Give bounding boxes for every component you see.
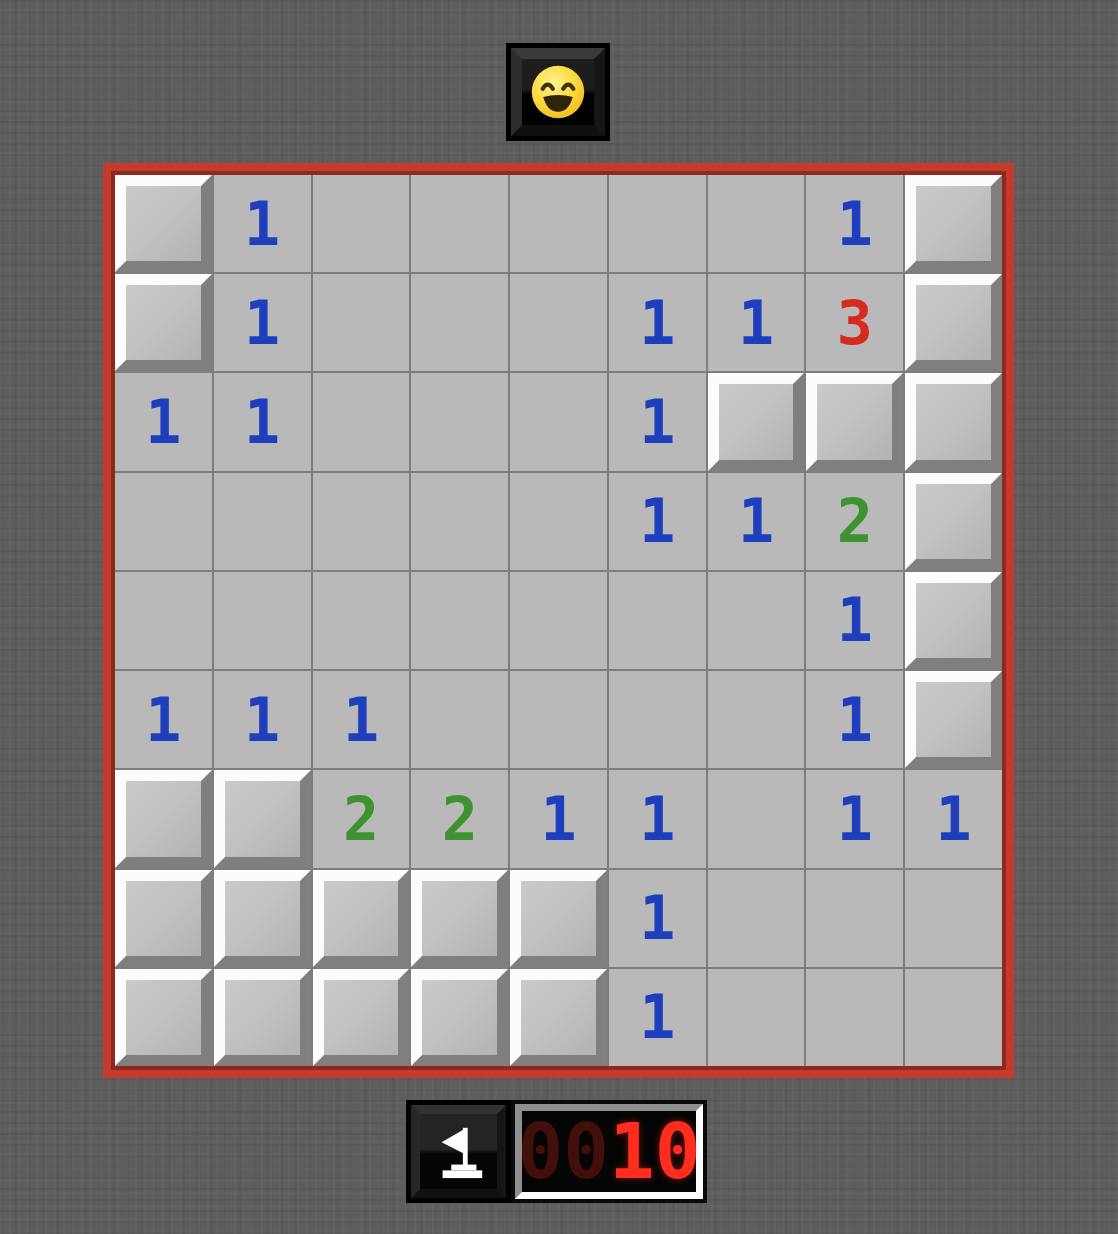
board-grid: 1111131111121111122111111 [115, 175, 1002, 1066]
cell-r4-c3[interactable] [411, 572, 508, 669]
cell-r3-c4[interactable] [510, 473, 607, 570]
cell-r3-c5[interactable]: 1 [609, 473, 706, 570]
cell-r2-c4[interactable] [510, 373, 607, 470]
cell-r4-c8[interactable] [905, 572, 1002, 669]
mine-counter-digits: 0010 [517, 1114, 700, 1190]
cell-r7-c5[interactable]: 1 [609, 870, 706, 967]
cell-r5-c0[interactable]: 1 [115, 671, 212, 768]
cell-r6-c6[interactable] [708, 770, 805, 867]
cell-r4-c5[interactable] [609, 572, 706, 669]
cell-r4-c6[interactable] [708, 572, 805, 669]
cell-r2-c8[interactable] [905, 373, 1002, 470]
cell-r0-c1[interactable]: 1 [214, 175, 311, 272]
cell-r7-c3[interactable] [411, 870, 508, 967]
cell-r5-c3[interactable] [411, 671, 508, 768]
mine-counter: 0010 [511, 1100, 707, 1203]
cell-r1-c7[interactable]: 3 [806, 274, 903, 371]
cell-r3-c0[interactable] [115, 473, 212, 570]
cell-r7-c4[interactable] [510, 870, 607, 967]
cell-r2-c3[interactable] [411, 373, 508, 470]
cell-r0-c4[interactable] [510, 175, 607, 272]
cell-r5-c7[interactable]: 1 [806, 671, 903, 768]
cell-r2-c7[interactable] [806, 373, 903, 470]
cell-r5-c2[interactable]: 1 [313, 671, 410, 768]
cell-r0-c0[interactable] [115, 175, 212, 272]
cell-r1-c4[interactable] [510, 274, 607, 371]
cell-r1-c8[interactable] [905, 274, 1002, 371]
cell-r4-c4[interactable] [510, 572, 607, 669]
cell-r4-c0[interactable] [115, 572, 212, 669]
smiley-button[interactable] [506, 43, 610, 141]
cell-r7-c1[interactable] [214, 870, 311, 967]
cell-r6-c3[interactable]: 2 [411, 770, 508, 867]
cell-r0-c3[interactable] [411, 175, 508, 272]
cell-r5-c4[interactable] [510, 671, 607, 768]
cell-r3-c2[interactable] [313, 473, 410, 570]
cell-r1-c6[interactable]: 1 [708, 274, 805, 371]
cell-r8-c8[interactable] [905, 969, 1002, 1066]
counter-dim-digits: 00 [517, 1107, 609, 1196]
cell-r8-c4[interactable] [510, 969, 607, 1066]
mine-counter-frame: 0010 [515, 1104, 703, 1199]
cell-r5-c5[interactable] [609, 671, 706, 768]
cell-r1-c5[interactable]: 1 [609, 274, 706, 371]
smiley-button-frame [511, 48, 605, 136]
cell-r0-c7[interactable]: 1 [806, 175, 903, 272]
cell-r2-c2[interactable] [313, 373, 410, 470]
cell-r0-c8[interactable] [905, 175, 1002, 272]
cell-r1-c1[interactable]: 1 [214, 274, 311, 371]
cell-r7-c0[interactable] [115, 870, 212, 967]
counter-lit-digits: 10 [609, 1107, 701, 1196]
cell-r8-c3[interactable] [411, 969, 508, 1066]
cell-r1-c0[interactable] [115, 274, 212, 371]
cell-r3-c1[interactable] [214, 473, 311, 570]
cell-r2-c1[interactable]: 1 [214, 373, 311, 470]
cell-r1-c3[interactable] [411, 274, 508, 371]
cell-r0-c2[interactable] [313, 175, 410, 272]
cell-r6-c5[interactable]: 1 [609, 770, 706, 867]
cell-r6-c8[interactable]: 1 [905, 770, 1002, 867]
cell-r2-c0[interactable]: 1 [115, 373, 212, 470]
cell-r8-c7[interactable] [806, 969, 903, 1066]
cell-r6-c2[interactable]: 2 [313, 770, 410, 867]
cell-r4-c1[interactable] [214, 572, 311, 669]
cell-r6-c0[interactable] [115, 770, 212, 867]
cell-r7-c2[interactable] [313, 870, 410, 967]
cell-r8-c2[interactable] [313, 969, 410, 1066]
cell-r5-c6[interactable] [708, 671, 805, 768]
smiley-happy-icon [526, 60, 590, 124]
cell-r0-c6[interactable] [708, 175, 805, 272]
cell-r5-c8[interactable] [905, 671, 1002, 768]
cell-r6-c7[interactable]: 1 [806, 770, 903, 867]
flag-icon [430, 1123, 488, 1181]
cell-r3-c8[interactable] [905, 473, 1002, 570]
cell-r6-c1[interactable] [214, 770, 311, 867]
cell-r2-c6[interactable] [708, 373, 805, 470]
minesweeper-board: 1111131111121111122111111 [103, 163, 1014, 1078]
cell-r4-c7[interactable]: 1 [806, 572, 903, 669]
cell-r6-c4[interactable]: 1 [510, 770, 607, 867]
board-inner-frame: 1111131111121111122111111 [111, 171, 1006, 1070]
cell-r1-c2[interactable] [313, 274, 410, 371]
cell-r7-c8[interactable] [905, 870, 1002, 967]
cell-r8-c6[interactable] [708, 969, 805, 1066]
cell-r4-c2[interactable] [313, 572, 410, 669]
cell-r5-c1[interactable]: 1 [214, 671, 311, 768]
cell-r2-c5[interactable]: 1 [609, 373, 706, 470]
cell-r8-c5[interactable]: 1 [609, 969, 706, 1066]
cell-r8-c1[interactable] [214, 969, 311, 1066]
cell-r3-c3[interactable] [411, 473, 508, 570]
cell-r3-c7[interactable]: 2 [806, 473, 903, 570]
cell-r0-c5[interactable] [609, 175, 706, 272]
flag-button[interactable] [406, 1100, 511, 1203]
cell-r7-c7[interactable] [806, 870, 903, 967]
cell-r7-c6[interactable] [708, 870, 805, 967]
page-background: { "game": "minesweeper", "position": "U1… [0, 0, 1118, 1234]
cell-r3-c6[interactable]: 1 [708, 473, 805, 570]
flag-button-frame [411, 1105, 506, 1198]
cell-r8-c0[interactable] [115, 969, 212, 1066]
